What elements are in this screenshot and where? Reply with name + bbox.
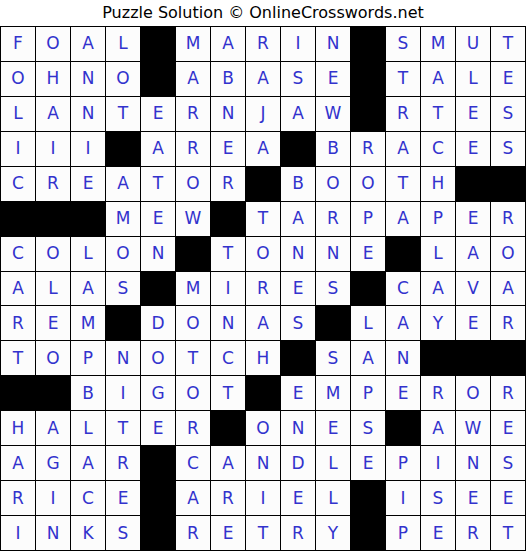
cell-letter: A xyxy=(432,420,444,437)
page-title: Puzzle Solution © OnlineCrosswords.net xyxy=(102,5,424,21)
cell-letter: E xyxy=(468,490,479,507)
cell-letter: N xyxy=(467,455,480,472)
grid-cell[interactable]: O xyxy=(316,167,350,201)
grid-cell[interactable]: O xyxy=(106,62,140,96)
grid-cell[interactable]: A xyxy=(71,272,105,306)
grid-cell[interactable]: S xyxy=(351,411,385,445)
cell-letter: R xyxy=(12,490,24,507)
grid-cell[interactable]: A xyxy=(281,97,315,131)
grid-cell[interactable]: N xyxy=(386,341,420,375)
cell-letter: T xyxy=(433,105,443,122)
grid-cell[interactable]: T xyxy=(386,62,420,96)
grid-cell[interactable]: N xyxy=(246,446,280,480)
cell-letter: R xyxy=(502,315,514,332)
cell-letter: R xyxy=(187,140,199,157)
grid-cell[interactable]: E xyxy=(491,481,525,515)
grid-cell[interactable]: C xyxy=(71,481,105,515)
cell-letter: C xyxy=(397,280,409,297)
cell-letter: S xyxy=(118,525,129,542)
grid-cell[interactable]: R xyxy=(176,132,210,166)
cell-letter: Y xyxy=(328,525,338,542)
grid-cell[interactable]: L xyxy=(316,481,350,515)
grid-cell[interactable]: S xyxy=(316,341,350,375)
grid-cell[interactable]: T xyxy=(246,516,280,550)
grid-cell[interactable]: D xyxy=(281,446,315,480)
grid-cell[interactable]: I xyxy=(211,272,245,306)
grid-cell[interactable]: O xyxy=(246,237,280,271)
grid-cell[interactable]: A xyxy=(421,62,455,96)
grid-cell[interactable]: R xyxy=(491,202,525,236)
cell-letter: E xyxy=(468,140,479,157)
cell-letter: N xyxy=(327,35,340,52)
grid-cell[interactable]: E xyxy=(491,62,525,96)
grid-cell[interactable]: P xyxy=(351,202,385,236)
cell-letter: L xyxy=(83,420,92,437)
grid-cell[interactable]: R xyxy=(246,27,280,61)
grid-cell[interactable]: D xyxy=(141,306,175,340)
grid-cell[interactable]: L xyxy=(456,62,490,96)
grid-cell[interactable]: A xyxy=(36,97,70,131)
grid-cell[interactable]: R xyxy=(106,446,140,480)
grid-cell[interactable]: O xyxy=(106,237,140,271)
grid-cell[interactable]: E xyxy=(351,446,385,480)
grid-cell[interactable]: B xyxy=(281,167,315,201)
cell-letter: E xyxy=(48,315,59,332)
cell-letter: A xyxy=(362,350,374,367)
grid-cell[interactable]: N xyxy=(106,341,140,375)
grid-cell[interactable]: C xyxy=(386,272,420,306)
cell-letter: T xyxy=(258,525,268,542)
grid-cell[interactable]: T xyxy=(176,341,210,375)
cell-letter: I xyxy=(400,490,405,507)
grid-cell[interactable]: O xyxy=(36,237,70,271)
grid-cell[interactable]: A xyxy=(386,132,420,166)
black-cell xyxy=(351,272,385,306)
grid-cell[interactable]: A xyxy=(106,167,140,201)
grid-cell[interactable]: F xyxy=(1,27,35,61)
cell-letter: E xyxy=(293,385,304,402)
cell-letter: O xyxy=(501,245,514,262)
cell-letter: O xyxy=(11,70,24,87)
cell-letter: D xyxy=(151,315,164,332)
grid-cell[interactable]: R xyxy=(211,167,245,201)
grid-cell[interactable]: N xyxy=(211,97,245,131)
grid-cell[interactable]: A xyxy=(211,27,245,61)
grid-cell[interactable]: O xyxy=(456,376,490,410)
grid-cell[interactable]: O xyxy=(36,341,70,375)
grid-cell[interactable]: T xyxy=(246,202,280,236)
cell-letter: P xyxy=(433,210,443,227)
grid-cell[interactable]: E xyxy=(211,132,245,166)
grid-cell[interactable]: A xyxy=(421,272,455,306)
grid-cell[interactable]: A xyxy=(1,272,35,306)
grid-cell[interactable]: A xyxy=(246,62,280,96)
grid-cell[interactable]: I xyxy=(36,481,70,515)
cell-letter: C xyxy=(222,350,234,367)
grid-cell[interactable]: A xyxy=(246,132,280,166)
grid-cell[interactable]: M xyxy=(176,272,210,306)
grid-cell[interactable]: E xyxy=(281,481,315,515)
grid-cell[interactable]: N xyxy=(316,27,350,61)
cell-letter: N xyxy=(82,105,95,122)
cell-letter: V xyxy=(467,280,479,297)
grid-cell[interactable]: E xyxy=(141,411,175,445)
grid-cell[interactable]: T xyxy=(211,237,245,271)
grid-cell[interactable]: C xyxy=(211,341,245,375)
grid-cell[interactable]: P xyxy=(386,516,420,550)
grid-cell[interactable]: R xyxy=(491,376,525,410)
grid-cell[interactable]: A xyxy=(281,202,315,236)
cell-letter: R xyxy=(47,175,59,192)
cell-letter: I xyxy=(15,525,20,542)
grid-cell[interactable]: P xyxy=(351,376,385,410)
grid-cell[interactable]: G xyxy=(36,446,70,480)
cell-letter: Y xyxy=(433,315,443,332)
grid-cell[interactable]: C xyxy=(176,446,210,480)
grid-cell[interactable]: S xyxy=(421,481,455,515)
grid-cell[interactable]: B xyxy=(211,62,245,96)
cell-letter: A xyxy=(152,140,164,157)
grid-cell[interactable]: A xyxy=(491,272,525,306)
grid-cell[interactable]: A xyxy=(1,446,35,480)
black-cell xyxy=(71,202,105,236)
grid-cell[interactable]: R xyxy=(1,481,35,515)
grid-cell[interactable]: K xyxy=(71,516,105,550)
grid-cell[interactable]: R xyxy=(211,481,245,515)
cell-letter: T xyxy=(153,175,163,192)
cell-letter: S xyxy=(433,490,444,507)
cell-letter: E xyxy=(468,210,479,227)
cell-letter: E xyxy=(363,455,374,472)
cell-letter: D xyxy=(291,455,304,472)
cell-letter: A xyxy=(222,455,234,472)
grid-cell[interactable]: Y xyxy=(421,306,455,340)
grid-cell[interactable]: O xyxy=(1,62,35,96)
cell-letter: H xyxy=(432,175,445,192)
grid-cell[interactable]: E xyxy=(281,376,315,410)
cell-letter: E xyxy=(118,490,129,507)
cell-letter: B xyxy=(82,385,94,402)
grid-cell[interactable]: R xyxy=(316,202,350,236)
grid-cell[interactable]: M xyxy=(421,27,455,61)
black-cell xyxy=(421,341,455,375)
cell-letter: T xyxy=(223,245,233,262)
grid-cell[interactable]: T xyxy=(141,167,175,201)
grid-cell[interactable]: S xyxy=(491,446,525,480)
grid-cell[interactable]: I xyxy=(1,516,35,550)
grid-cell[interactable]: M xyxy=(71,306,105,340)
black-cell xyxy=(36,376,70,410)
cell-letter: H xyxy=(257,350,270,367)
cell-letter: P xyxy=(398,525,408,542)
grid-cell[interactable]: O xyxy=(491,237,525,271)
grid-cell[interactable]: S xyxy=(316,272,350,306)
cell-letter: O xyxy=(256,245,269,262)
cell-letter: I xyxy=(260,490,265,507)
grid-cell[interactable]: M xyxy=(316,376,350,410)
grid-cell[interactable]: E xyxy=(106,481,140,515)
grid-cell[interactable]: E xyxy=(36,306,70,340)
cell-letter: C xyxy=(12,175,24,192)
grid-cell[interactable]: T xyxy=(421,97,455,131)
cell-letter: A xyxy=(432,70,444,87)
cell-letter: T xyxy=(13,350,23,367)
grid-cell[interactable]: H xyxy=(246,341,280,375)
cell-letter: R xyxy=(467,525,479,542)
grid-cell[interactable]: L xyxy=(1,97,35,131)
cell-letter: I xyxy=(50,140,55,157)
cell-letter: O xyxy=(186,175,199,192)
grid-cell[interactable]: N xyxy=(281,237,315,271)
cell-letter: T xyxy=(503,35,513,52)
black-cell xyxy=(36,202,70,236)
grid-cell[interactable]: R xyxy=(176,411,210,445)
grid-cell[interactable]: O xyxy=(246,411,280,445)
cell-letter: S xyxy=(503,140,514,157)
black-cell xyxy=(106,132,140,166)
cell-letter: M xyxy=(81,315,96,332)
cell-letter: E xyxy=(363,245,374,262)
cell-letter: T xyxy=(118,420,128,437)
grid-cell[interactable]: H xyxy=(421,167,455,201)
grid-cell[interactable]: G xyxy=(141,376,175,410)
cell-letter: B xyxy=(327,140,339,157)
cell-letter: A xyxy=(222,35,234,52)
grid-cell[interactable]: E xyxy=(491,411,525,445)
cell-letter: P xyxy=(398,455,408,472)
grid-cell[interactable]: E xyxy=(386,376,420,410)
grid-cell[interactable]: E xyxy=(456,306,490,340)
cell-letter: R xyxy=(362,140,374,157)
cell-letter: O xyxy=(326,175,339,192)
cell-letter: W xyxy=(185,210,202,227)
cell-letter: A xyxy=(187,70,199,87)
cell-letter: A xyxy=(82,280,94,297)
grid-cell[interactable]: T xyxy=(386,167,420,201)
grid-cell[interactable]: N xyxy=(141,237,175,271)
cell-letter: R xyxy=(257,280,269,297)
grid-cell[interactable]: H xyxy=(1,411,35,445)
cell-letter: E xyxy=(503,420,514,437)
cell-letter: O xyxy=(361,175,374,192)
cell-letter: I xyxy=(15,140,20,157)
cell-letter: R xyxy=(292,525,304,542)
grid-cell[interactable]: N xyxy=(71,97,105,131)
grid-cell[interactable]: L xyxy=(71,411,105,445)
grid-cell[interactable]: E xyxy=(141,202,175,236)
grid-cell[interactable]: A xyxy=(141,132,175,166)
cell-letter: N xyxy=(292,245,305,262)
grid-cell[interactable]: S xyxy=(491,132,525,166)
grid-cell[interactable]: E xyxy=(456,202,490,236)
cell-letter: I xyxy=(120,385,125,402)
grid-cell[interactable]: S xyxy=(281,62,315,96)
black-cell xyxy=(456,167,490,201)
grid-cell[interactable]: R xyxy=(491,306,525,340)
grid-cell[interactable]: S xyxy=(386,27,420,61)
grid-cell[interactable]: L xyxy=(36,272,70,306)
cell-letter: P xyxy=(83,350,93,367)
grid-cell[interactable]: N xyxy=(36,516,70,550)
grid-cell[interactable]: E xyxy=(351,237,385,271)
grid-cell[interactable]: C xyxy=(421,132,455,166)
grid-cell[interactable]: B xyxy=(316,132,350,166)
grid-cell[interactable]: O xyxy=(351,167,385,201)
black-cell xyxy=(1,202,35,236)
grid-cell[interactable]: P xyxy=(71,341,105,375)
grid-cell[interactable]: R xyxy=(386,97,420,131)
grid-cell[interactable]: A xyxy=(456,237,490,271)
grid-cell[interactable]: E xyxy=(316,62,350,96)
grid-cell[interactable]: R xyxy=(176,97,210,131)
grid-cell[interactable]: L xyxy=(351,306,385,340)
grid-cell[interactable]: L xyxy=(106,27,140,61)
grid-cell[interactable]: I xyxy=(386,481,420,515)
grid-cell[interactable]: T xyxy=(491,27,525,61)
grid-cell[interactable]: T xyxy=(106,97,140,131)
black-cell xyxy=(351,97,385,131)
grid-cell[interactable]: T xyxy=(491,516,525,550)
cell-letter: E xyxy=(328,70,339,87)
grid-cell[interactable]: N xyxy=(316,237,350,271)
grid-cell[interactable]: W xyxy=(316,97,350,131)
cell-letter: W xyxy=(325,105,342,122)
grid-cell[interactable]: N xyxy=(281,411,315,445)
grid-cell[interactable]: R xyxy=(176,516,210,550)
grid-cell[interactable]: I xyxy=(36,132,70,166)
grid-cell[interactable]: A xyxy=(176,481,210,515)
grid-cell[interactable]: I xyxy=(281,27,315,61)
grid-cell[interactable]: W xyxy=(456,411,490,445)
cell-letter: F xyxy=(13,35,23,52)
grid-cell[interactable]: A xyxy=(421,411,455,445)
grid-cell[interactable]: O xyxy=(176,167,210,201)
grid-cell[interactable]: R xyxy=(36,167,70,201)
cell-letter: M xyxy=(326,385,341,402)
grid-cell[interactable]: E xyxy=(211,516,245,550)
black-cell xyxy=(246,376,280,410)
grid-cell[interactable]: T xyxy=(1,341,35,375)
grid-cell[interactable]: S xyxy=(491,97,525,131)
grid-cell[interactable]: R xyxy=(281,516,315,550)
grid-cell[interactable]: R xyxy=(351,132,385,166)
grid-cell[interactable]: A xyxy=(246,306,280,340)
cell-letter: T xyxy=(118,105,128,122)
cell-letter: S xyxy=(328,350,339,367)
grid-cell[interactable]: A xyxy=(71,446,105,480)
grid-cell[interactable]: A xyxy=(386,202,420,236)
grid-cell[interactable]: I xyxy=(1,132,35,166)
grid-cell[interactable]: S xyxy=(106,272,140,306)
grid-cell[interactable]: I xyxy=(421,446,455,480)
grid-cell[interactable]: U xyxy=(456,27,490,61)
grid-cell[interactable]: A xyxy=(71,27,105,61)
cell-letter: N xyxy=(397,350,410,367)
grid-cell[interactable]: R xyxy=(456,516,490,550)
cell-letter: G xyxy=(46,455,59,472)
cell-letter: E xyxy=(398,385,409,402)
cell-letter: T xyxy=(398,175,408,192)
grid-cell[interactable]: I xyxy=(71,132,105,166)
grid-cell[interactable]: P xyxy=(421,202,455,236)
grid-cell[interactable]: R xyxy=(246,272,280,306)
black-cell xyxy=(281,132,315,166)
grid-cell[interactable]: S xyxy=(281,306,315,340)
grid-cell[interactable]: S xyxy=(106,516,140,550)
cell-letter: N xyxy=(257,455,270,472)
black-cell xyxy=(141,481,175,515)
grid-cell[interactable]: E xyxy=(421,516,455,550)
grid-cell[interactable]: M xyxy=(176,27,210,61)
grid-cell[interactable]: C xyxy=(1,167,35,201)
grid-cell[interactable]: E xyxy=(71,167,105,201)
cell-letter: J xyxy=(260,105,265,122)
grid-cell[interactable]: E xyxy=(456,481,490,515)
grid-cell[interactable]: O xyxy=(141,341,175,375)
cell-letter: A xyxy=(82,455,94,472)
grid-cell[interactable]: A xyxy=(386,306,420,340)
grid-cell[interactable]: J xyxy=(246,97,280,131)
grid-cell[interactable]: L xyxy=(71,237,105,271)
crossword-solution-page: Puzzle Solution © OnlineCrosswords.net F… xyxy=(0,0,526,551)
grid-cell[interactable]: N xyxy=(456,446,490,480)
grid-cell[interactable]: O xyxy=(176,376,210,410)
grid-cell[interactable]: I xyxy=(106,376,140,410)
grid-cell[interactable]: A xyxy=(36,411,70,445)
grid-cell[interactable]: H xyxy=(36,62,70,96)
grid-cell[interactable]: Y xyxy=(316,516,350,550)
grid-cell[interactable]: N xyxy=(71,62,105,96)
cell-letter: T xyxy=(188,350,198,367)
grid-cell[interactable]: L xyxy=(316,446,350,480)
grid-cell[interactable]: O xyxy=(176,306,210,340)
grid-cell[interactable]: P xyxy=(386,446,420,480)
cell-letter: R xyxy=(502,210,514,227)
grid-cell[interactable]: B xyxy=(71,376,105,410)
cell-letter: P xyxy=(363,385,373,402)
grid-cell[interactable]: A xyxy=(176,62,210,96)
black-cell xyxy=(141,27,175,61)
grid-cell[interactable]: E xyxy=(456,97,490,131)
cell-letter: C xyxy=(82,490,94,507)
grid-cell[interactable]: T xyxy=(211,376,245,410)
cell-letter: A xyxy=(187,490,199,507)
cell-letter: E xyxy=(153,105,164,122)
grid-cell[interactable]: R xyxy=(1,306,35,340)
grid-cell[interactable]: N xyxy=(211,306,245,340)
cell-letter: S xyxy=(293,315,304,332)
grid-cell[interactable]: E xyxy=(456,132,490,166)
grid-cell[interactable]: O xyxy=(36,27,70,61)
grid-cell[interactable]: R xyxy=(421,376,455,410)
grid-cell[interactable]: V xyxy=(456,272,490,306)
grid-cell[interactable]: W xyxy=(176,202,210,236)
cell-letter: T xyxy=(223,385,233,402)
grid-cell[interactable]: C xyxy=(1,237,35,271)
grid-cell[interactable]: E xyxy=(141,97,175,131)
grid-cell[interactable]: A xyxy=(351,341,385,375)
grid-cell[interactable]: E xyxy=(281,272,315,306)
cell-letter: N xyxy=(117,350,130,367)
grid-cell[interactable]: I xyxy=(246,481,280,515)
cell-letter: A xyxy=(257,70,269,87)
grid-cell[interactable]: M xyxy=(106,202,140,236)
grid-cell[interactable]: L xyxy=(421,237,455,271)
grid-cell[interactable]: T xyxy=(106,411,140,445)
grid-cell[interactable]: A xyxy=(211,446,245,480)
grid-cell[interactable]: E xyxy=(316,411,350,445)
cell-letter: A xyxy=(257,140,269,157)
